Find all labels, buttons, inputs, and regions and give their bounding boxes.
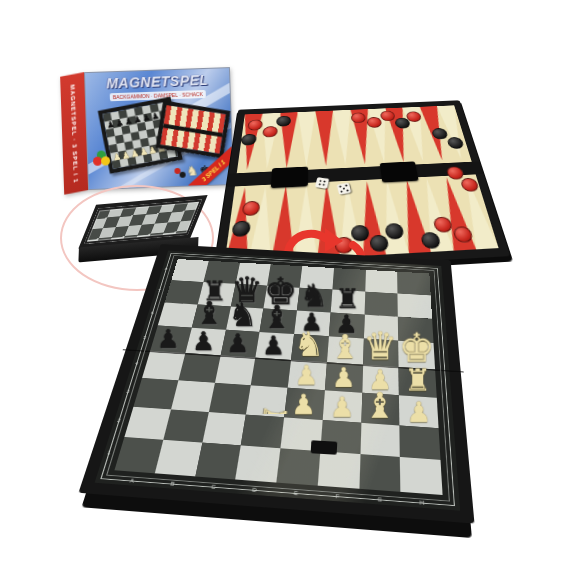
white-pawn: ♟	[294, 361, 318, 388]
box-front: MAGNETSPEL BACKGAMMON · DAMSPEL · SCHACK…	[84, 67, 234, 190]
white-bishop: ♝	[364, 388, 396, 424]
white-pawn: ♟	[406, 398, 431, 426]
rank-label: 8	[162, 258, 171, 279]
rank-label: 7	[155, 279, 164, 301]
file-label: B	[152, 479, 194, 488]
box-title: MAGNETSPEL	[85, 71, 229, 92]
black-knight: ♞	[228, 298, 257, 331]
square-b5: ♟	[185, 328, 225, 356]
white-bishop: ♝	[330, 330, 360, 363]
square-g2	[360, 422, 400, 457]
file-label: G	[359, 495, 401, 504]
square-c4	[215, 355, 256, 385]
white-knight: ♞	[294, 327, 324, 361]
product-photo: MAGNETSPEL · 3 SPEL I 1 MAGNETSPEL BACKG…	[0, 0, 570, 570]
rank-label: 3	[122, 377, 134, 406]
board-frame: ♜♛♚♞♜♝♞♝♟♟♟♟♟♟♞♝♛♚♟♟♟♜♜♟♟♝♟ ABCDEFGH 876…	[95, 250, 461, 510]
product-box: MAGNETSPEL · 3 SPEL I 1 MAGNETSPEL BACKG…	[60, 67, 234, 191]
black-pawn: ♟	[191, 328, 214, 354]
box-backgammon-art	[156, 100, 231, 158]
square-g3: ♝	[361, 392, 400, 425]
white-pawn: ♟	[331, 364, 355, 391]
square-c3	[208, 383, 251, 415]
square-e1	[276, 449, 320, 486]
file-label: H	[401, 498, 444, 507]
white-rook: ♜	[404, 366, 431, 396]
file-label: E	[275, 488, 317, 497]
chess-board-grid: ♜♛♚♞♜♝♞♝♟♟♟♟♟♟♞♝♛♚♟♟♟♜♜♟♟♝♟	[114, 259, 442, 495]
rank-label: 4	[131, 350, 142, 377]
square-d2	[241, 414, 284, 448]
square-b3	[171, 380, 215, 412]
square-d5: ♟	[255, 332, 294, 360]
rank-label: 2	[113, 406, 126, 437]
square-d1	[235, 446, 280, 483]
square-f1	[317, 451, 359, 488]
square-d3: ♜	[246, 385, 288, 417]
brand-logo-icon	[93, 150, 114, 167]
white-pawn: ♟	[329, 392, 354, 420]
square-b1	[155, 440, 202, 476]
white-pawn: ♟	[291, 390, 316, 418]
square-h8	[397, 272, 430, 296]
square-c5: ♟	[220, 330, 260, 358]
black-pawn: ♟	[262, 333, 285, 359]
black-pawn: ♟	[227, 330, 250, 356]
white-queen: ♛	[364, 327, 398, 365]
square-h1	[400, 457, 442, 495]
square-b4	[178, 353, 220, 382]
square-g7	[364, 291, 398, 316]
square-h2	[400, 425, 441, 460]
square-b2	[163, 409, 208, 443]
square-h3: ♟	[399, 395, 438, 428]
board-bezel: ♜♛♚♞♜♝♞♝♟♟♟♟♟♟♞♝♛♚♟♟♟♜♜♟♟♝♟ ABCDEFGH 876…	[78, 244, 474, 524]
square-f3: ♟	[322, 390, 361, 422]
rank-label: 6	[147, 301, 157, 325]
black-knight: ♞	[300, 279, 329, 311]
square-e5: ♞	[291, 334, 329, 362]
square-g5: ♛	[363, 339, 399, 367]
square-f5: ♝	[327, 336, 364, 364]
square-e4: ♟	[288, 360, 327, 390]
square-a1	[114, 437, 163, 473]
square-c2	[202, 412, 246, 446]
square-f4: ♟	[325, 362, 363, 392]
black-bishop: ♝	[263, 301, 292, 333]
black-checker-art	[180, 172, 186, 178]
logo-yellow-dot	[101, 156, 110, 165]
square-g1	[359, 454, 401, 492]
black-pawn: ♟	[157, 326, 180, 352]
rank-label: 5	[140, 325, 150, 350]
square-h7	[398, 293, 432, 318]
file-label: F	[317, 492, 359, 501]
black-rook: ♜	[335, 286, 359, 313]
rank-label: 1	[102, 436, 115, 469]
square-e3: ♟	[284, 387, 324, 419]
file-label: D	[233, 485, 275, 494]
file-label: C	[192, 482, 234, 491]
black-bishop: ♝	[195, 297, 223, 329]
square-h4: ♜	[399, 367, 437, 398]
board-latch	[311, 440, 338, 454]
file-label: A	[111, 476, 153, 485]
box-spine-text: MAGNETSPEL · 3 SPEL I 1	[69, 83, 78, 183]
chess-board-open: ♜♛♚♞♜♝♞♝♟♟♟♟♟♟♞♝♛♚♟♟♟♜♜♟♟♝♟ ABCDEFGH 876…	[78, 182, 508, 562]
square-g8	[365, 270, 398, 294]
square-d4	[251, 358, 291, 388]
square-c1	[195, 443, 241, 480]
